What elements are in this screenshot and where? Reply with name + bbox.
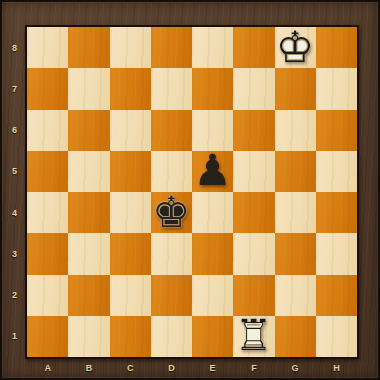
square-f6[interactable]: [233, 110, 274, 151]
piece-glyph-fill: ♟: [193, 149, 232, 192]
board-grid: ♚♔♟♚♜♖: [27, 27, 357, 357]
rank-label-2: 2: [4, 275, 25, 316]
square-g2[interactable]: [275, 275, 316, 316]
file-label-c: C: [110, 357, 151, 378]
rank-label-5: 5: [4, 151, 25, 192]
square-h6[interactable]: [316, 110, 357, 151]
file-label-d: D: [151, 357, 192, 378]
square-g5[interactable]: [275, 151, 316, 192]
board-frame: 87654321 ABCDEFGH ♚♔♟♚♜♖: [2, 2, 378, 378]
rank-labels: 87654321: [4, 27, 25, 357]
square-g3[interactable]: [275, 233, 316, 274]
square-b5[interactable]: [68, 151, 109, 192]
file-label-g: G: [275, 357, 316, 378]
square-h3[interactable]: [316, 233, 357, 274]
square-d1[interactable]: [151, 316, 192, 357]
square-f1[interactable]: ♜♖: [233, 316, 274, 357]
piece-glyph-fill: ♚: [276, 25, 315, 68]
square-e7[interactable]: [192, 68, 233, 109]
square-a6[interactable]: [27, 110, 68, 151]
square-h2[interactable]: [316, 275, 357, 316]
file-label-f: F: [233, 357, 274, 378]
square-a8[interactable]: [27, 27, 68, 68]
rank-label-3: 3: [4, 233, 25, 274]
square-h5[interactable]: [316, 151, 357, 192]
file-label-b: B: [68, 357, 109, 378]
rank-label-7: 7: [4, 68, 25, 109]
square-c2[interactable]: [110, 275, 151, 316]
square-a4[interactable]: [27, 192, 68, 233]
square-b4[interactable]: [68, 192, 109, 233]
square-e3[interactable]: [192, 233, 233, 274]
square-c3[interactable]: [110, 233, 151, 274]
square-c8[interactable]: [110, 27, 151, 68]
square-a2[interactable]: [27, 275, 68, 316]
chess-diagram: 87654321 ABCDEFGH ♚♔♟♚♜♖: [0, 0, 380, 380]
square-a5[interactable]: [27, 151, 68, 192]
square-b7[interactable]: [68, 68, 109, 109]
square-h1[interactable]: [316, 316, 357, 357]
square-d4[interactable]: ♚: [151, 192, 192, 233]
square-g6[interactable]: [275, 110, 316, 151]
square-e2[interactable]: [192, 275, 233, 316]
square-g7[interactable]: [275, 68, 316, 109]
square-b1[interactable]: [68, 316, 109, 357]
square-e1[interactable]: [192, 316, 233, 357]
square-f2[interactable]: [233, 275, 274, 316]
square-h4[interactable]: [316, 192, 357, 233]
square-b3[interactable]: [68, 233, 109, 274]
square-f4[interactable]: [233, 192, 274, 233]
piece-glyph-outline: ♖: [235, 314, 274, 357]
black-king-piece[interactable]: ♚: [151, 192, 192, 233]
rank-label-1: 1: [4, 316, 25, 357]
square-c5[interactable]: [110, 151, 151, 192]
square-e6[interactable]: [192, 110, 233, 151]
square-g8[interactable]: ♚♔: [275, 27, 316, 68]
square-f7[interactable]: [233, 68, 274, 109]
white-king-piece[interactable]: ♚♔: [275, 27, 316, 68]
square-d5[interactable]: [151, 151, 192, 192]
square-d3[interactable]: [151, 233, 192, 274]
square-b8[interactable]: [68, 27, 109, 68]
file-label-a: A: [27, 357, 68, 378]
square-d8[interactable]: [151, 27, 192, 68]
square-h7[interactable]: [316, 68, 357, 109]
square-f3[interactable]: [233, 233, 274, 274]
square-d2[interactable]: [151, 275, 192, 316]
file-label-e: E: [192, 357, 233, 378]
square-d6[interactable]: [151, 110, 192, 151]
square-a3[interactable]: [27, 233, 68, 274]
black-pawn-piece[interactable]: ♟: [192, 151, 233, 192]
square-f5[interactable]: [233, 151, 274, 192]
square-e8[interactable]: [192, 27, 233, 68]
square-d7[interactable]: [151, 68, 192, 109]
square-g4[interactable]: [275, 192, 316, 233]
piece-glyph-fill: ♚: [152, 190, 191, 233]
square-h8[interactable]: [316, 27, 357, 68]
file-label-h: H: [316, 357, 357, 378]
rank-label-4: 4: [4, 192, 25, 233]
white-rook-piece[interactable]: ♜♖: [233, 316, 274, 357]
square-e4[interactable]: [192, 192, 233, 233]
file-labels: ABCDEFGH: [27, 357, 357, 378]
square-c1[interactable]: [110, 316, 151, 357]
square-c7[interactable]: [110, 68, 151, 109]
square-c4[interactable]: [110, 192, 151, 233]
rank-label-6: 6: [4, 110, 25, 151]
square-c6[interactable]: [110, 110, 151, 151]
square-b6[interactable]: [68, 110, 109, 151]
rank-label-8: 8: [4, 27, 25, 68]
square-f8[interactable]: [233, 27, 274, 68]
chess-board: ♚♔♟♚♜♖: [25, 25, 359, 359]
square-a1[interactable]: [27, 316, 68, 357]
piece-glyph-outline: ♔: [276, 25, 315, 68]
piece-glyph-fill: ♜: [235, 314, 274, 357]
square-g1[interactable]: [275, 316, 316, 357]
square-a7[interactable]: [27, 68, 68, 109]
square-b2[interactable]: [68, 275, 109, 316]
square-e5[interactable]: ♟: [192, 151, 233, 192]
